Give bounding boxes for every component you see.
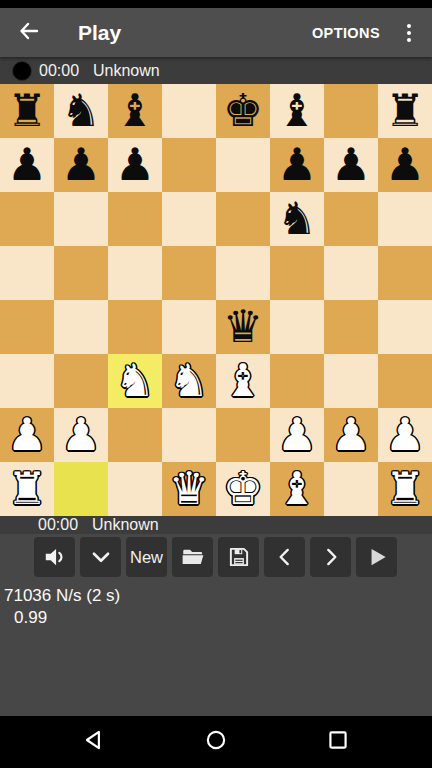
square-e8[interactable]: ♚ [216, 84, 270, 138]
arrow-left-icon [17, 19, 41, 47]
white-king: ♚ [216, 462, 270, 516]
square-b5[interactable] [54, 246, 108, 300]
square-b1[interactable] [54, 462, 108, 516]
back-button[interactable] [16, 20, 42, 46]
black-player-row: 00:00 Unknown [0, 57, 432, 84]
save-button[interactable] [218, 537, 259, 577]
options-button[interactable]: OPTIONS [312, 25, 380, 41]
square-b8[interactable]: ♞ [54, 84, 108, 138]
square-g5[interactable] [324, 246, 378, 300]
square-f7[interactable]: ♟ [270, 138, 324, 192]
square-h2[interactable]: ♟ [378, 408, 432, 462]
square-e5[interactable] [216, 246, 270, 300]
square-d5[interactable] [162, 246, 216, 300]
square-a4[interactable] [0, 300, 54, 354]
square-g1[interactable] [324, 462, 378, 516]
back-triangle-icon [81, 727, 107, 757]
chess-board: ♜♞♝♚♝♜♟♟♟♟♟♟♞♛♞♞♝♟♟♟♟♟♜♛♚♝♜ [0, 84, 432, 516]
black-player-name: Unknown [93, 62, 160, 80]
chess-app-screen: Play OPTIONS 00:00 Unknown ♜♞♝♚♝♜♟♟♟♟♟♟♞… [0, 0, 432, 768]
home-circle-icon [203, 727, 229, 757]
square-h6[interactable] [378, 192, 432, 246]
overflow-menu-button[interactable] [402, 20, 416, 46]
square-h3[interactable] [378, 354, 432, 408]
square-d6[interactable] [162, 192, 216, 246]
white-bishop: ♝ [216, 354, 270, 408]
black-pawn: ♟ [108, 138, 162, 192]
white-queen: ♛ [162, 462, 216, 516]
android-nav-bar [0, 716, 432, 768]
square-f8[interactable]: ♝ [270, 84, 324, 138]
nav-home-button[interactable] [202, 728, 230, 756]
status-bar [0, 0, 432, 8]
white-knight: ♞ [108, 354, 162, 408]
new-game-label: New [130, 548, 163, 567]
square-f1[interactable]: ♝ [270, 462, 324, 516]
black-queen: ♛ [216, 300, 270, 354]
black-pawn: ♟ [270, 138, 324, 192]
square-c4[interactable] [108, 300, 162, 354]
black-pawn: ♟ [54, 138, 108, 192]
nav-back-button[interactable] [80, 728, 108, 756]
speaker-icon [42, 544, 68, 570]
square-h7[interactable]: ♟ [378, 138, 432, 192]
play-icon [364, 544, 390, 570]
square-a5[interactable] [0, 246, 54, 300]
square-b7[interactable]: ♟ [54, 138, 108, 192]
panel-filler [0, 629, 432, 716]
square-d7[interactable] [162, 138, 216, 192]
square-b3[interactable] [54, 354, 108, 408]
white-bishop: ♝ [270, 462, 324, 516]
chevron-down-icon [88, 544, 114, 570]
square-c7[interactable]: ♟ [108, 138, 162, 192]
square-f6[interactable]: ♞ [270, 192, 324, 246]
square-a1[interactable]: ♜ [0, 462, 54, 516]
white-rook: ♜ [378, 462, 432, 516]
square-g3[interactable] [324, 354, 378, 408]
square-e1[interactable]: ♚ [216, 462, 270, 516]
move-back-button[interactable] [264, 537, 305, 577]
sound-button[interactable] [34, 537, 75, 577]
square-g8[interactable] [324, 84, 378, 138]
black-bishop: ♝ [270, 84, 324, 138]
black-clock: 00:00 [39, 62, 93, 80]
black-rook: ♜ [378, 84, 432, 138]
chevron-right-icon [318, 544, 344, 570]
square-b6[interactable] [54, 192, 108, 246]
move-forward-button[interactable] [310, 537, 351, 577]
engine-speed: 71036 N/s (2 s) [4, 585, 432, 607]
square-e4[interactable]: ♛ [216, 300, 270, 354]
black-turn-indicator-icon [12, 61, 32, 81]
square-d2[interactable] [162, 408, 216, 462]
square-g6[interactable] [324, 192, 378, 246]
square-c2[interactable] [108, 408, 162, 462]
square-d1[interactable]: ♛ [162, 462, 216, 516]
white-pawn: ♟ [54, 408, 108, 462]
square-g2[interactable]: ♟ [324, 408, 378, 462]
square-h5[interactable] [378, 246, 432, 300]
new-game-button[interactable]: New [126, 537, 167, 577]
square-d4[interactable] [162, 300, 216, 354]
square-f2[interactable]: ♟ [270, 408, 324, 462]
black-bishop: ♝ [108, 84, 162, 138]
square-d8[interactable] [162, 84, 216, 138]
app-bar: Play OPTIONS [0, 8, 432, 57]
black-pawn: ♟ [378, 138, 432, 192]
square-g4[interactable] [324, 300, 378, 354]
square-c5[interactable] [108, 246, 162, 300]
floppy-icon [226, 544, 252, 570]
square-h1[interactable]: ♜ [378, 462, 432, 516]
square-g7[interactable]: ♟ [324, 138, 378, 192]
square-e3[interactable]: ♝ [216, 354, 270, 408]
square-h4[interactable] [378, 300, 432, 354]
white-knight: ♞ [162, 354, 216, 408]
black-knight: ♞ [270, 192, 324, 246]
square-c6[interactable] [108, 192, 162, 246]
square-a2[interactable]: ♟ [0, 408, 54, 462]
square-f5[interactable] [270, 246, 324, 300]
square-e6[interactable] [216, 192, 270, 246]
engine-play-button[interactable] [356, 537, 397, 577]
black-pawn: ♟ [0, 138, 54, 192]
square-d3[interactable]: ♞ [162, 354, 216, 408]
square-f3[interactable] [270, 354, 324, 408]
square-f4[interactable] [270, 300, 324, 354]
black-pawn: ♟ [324, 138, 378, 192]
chevron-left-icon [272, 544, 298, 570]
white-rook: ♜ [0, 462, 54, 516]
white-player-row: 00:00 Unknown [0, 516, 432, 534]
black-rook: ♜ [0, 84, 54, 138]
folder-icon [180, 544, 206, 570]
engine-evaluation: 0.99 [14, 607, 432, 629]
nav-recents-button[interactable] [324, 728, 352, 756]
square-a3[interactable] [0, 354, 54, 408]
recents-square-icon [325, 727, 351, 757]
square-a6[interactable] [0, 192, 54, 246]
engine-output: 71036 N/s (2 s) 0.99 [0, 585, 432, 629]
toolbar: New [0, 534, 432, 580]
open-button[interactable] [172, 537, 213, 577]
square-b2[interactable]: ♟ [54, 408, 108, 462]
square-c3[interactable]: ♞ [108, 354, 162, 408]
white-pawn: ♟ [270, 408, 324, 462]
white-pawn: ♟ [378, 408, 432, 462]
square-e2[interactable] [216, 408, 270, 462]
black-knight: ♞ [54, 84, 108, 138]
white-pawn: ♟ [324, 408, 378, 462]
white-clock: 00:00 [38, 516, 92, 534]
square-a7[interactable]: ♟ [0, 138, 54, 192]
white-pawn: ♟ [0, 408, 54, 462]
square-e7[interactable] [216, 138, 270, 192]
square-b4[interactable] [54, 300, 108, 354]
square-c8[interactable]: ♝ [108, 84, 162, 138]
collapse-button[interactable] [80, 537, 121, 577]
vertical-ellipsis-icon [407, 24, 411, 42]
bottom-panel: 00:00 Unknown New [0, 516, 432, 716]
square-a8[interactable]: ♜ [0, 84, 54, 138]
black-king: ♚ [216, 84, 270, 138]
white-player-name: Unknown [92, 516, 159, 534]
page-title: Play [78, 21, 312, 45]
square-h8[interactable]: ♜ [378, 84, 432, 138]
square-c1[interactable] [108, 462, 162, 516]
